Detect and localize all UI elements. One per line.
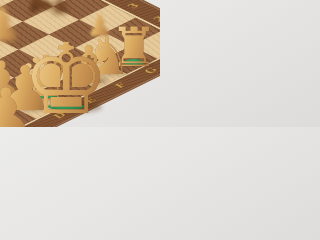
white-pawn-b2[interactable]: ♟︎ (0, 79, 41, 127)
chess-photo-scene: ABCDEFGH12345678 ♟︎♟︎♟︎♟︎♟︎♟︎♛︎♚︎♝︎♞︎♜︎♟… (0, 0, 160, 127)
